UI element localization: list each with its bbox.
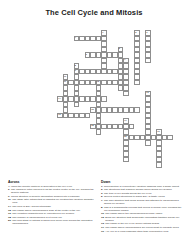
cell-number: 16 xyxy=(58,113,60,115)
cell-number: 6 xyxy=(86,53,87,55)
cell-number: 11 xyxy=(64,80,66,82)
cell-number: 4 xyxy=(75,36,76,38)
cell-number: 3 xyxy=(146,31,147,33)
clue-number: 19. xyxy=(101,231,104,234)
cell-number: 19 xyxy=(157,130,159,132)
cell-number: 17 xyxy=(124,119,126,121)
page-title: The Cell Cycle and Mitosis xyxy=(0,8,188,17)
cell-number: 9 xyxy=(75,69,76,71)
crossword-grid: 1234567891011121314151617181920 xyxy=(57,30,178,168)
down-header: Down xyxy=(101,180,184,184)
cell-number: 18 xyxy=(91,124,93,126)
cell-number: 13 xyxy=(146,91,148,93)
down-clue-list: 1.Reproduction of a genetically identica… xyxy=(101,186,184,234)
cell-number: 10 xyxy=(64,75,66,77)
across-header: Across xyxy=(8,180,97,184)
clue-number: 20. xyxy=(8,220,11,226)
cell-number: 15 xyxy=(91,108,93,110)
cell-number: 1 xyxy=(102,31,103,33)
grid-gap xyxy=(173,162,179,168)
cell-number: 20 xyxy=(124,135,126,137)
cell-number: 5 xyxy=(119,47,120,49)
cell-number: 12 xyxy=(97,80,99,82)
clue-item: 19.Any cell of a living organism other t… xyxy=(101,231,184,234)
across-clues-section: Across 4.When the genetic material is du… xyxy=(8,180,97,227)
across-clue-list: 4.When the genetic material is duplicate… xyxy=(8,186,97,227)
down-clues-section: Down 1.Reproduction of a genetically ide… xyxy=(101,180,184,234)
cell-number: 7 xyxy=(124,58,125,60)
cell-number: 8 xyxy=(75,64,76,66)
cell-number: 2 xyxy=(135,31,136,33)
clue-item: 20.The final stage of mitosis in which n… xyxy=(8,220,97,226)
clue-text: The final stage of mitosis in which new … xyxy=(12,220,97,226)
cell-number: 14 xyxy=(58,97,60,99)
clue-text: Any cell of a living organism other than… xyxy=(105,231,184,234)
